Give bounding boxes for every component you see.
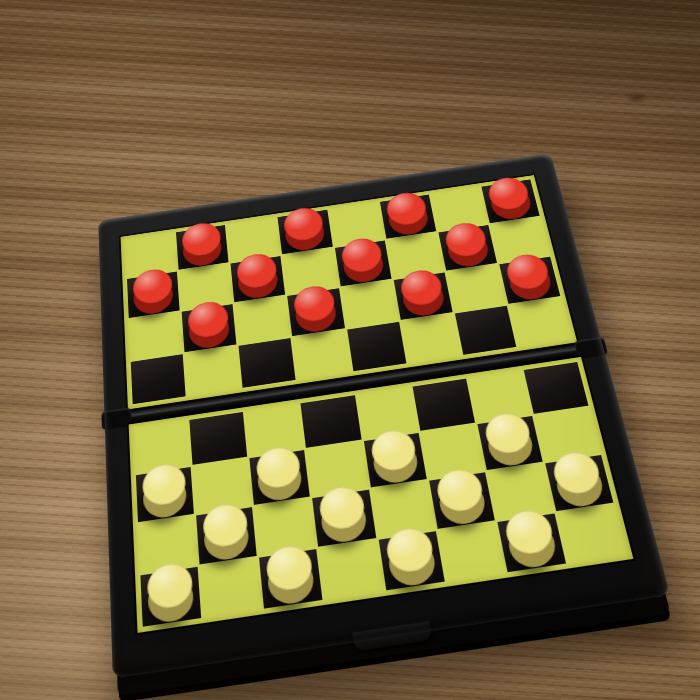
square-h4[interactable] (509, 298, 572, 347)
square-f7[interactable] (429, 472, 495, 529)
square-c6[interactable] (250, 450, 311, 505)
square-g2[interactable] (438, 225, 497, 271)
square-c8[interactable] (259, 549, 323, 609)
square-h1[interactable] (481, 179, 539, 223)
square-b7[interactable] (196, 507, 257, 564)
square-b8[interactable] (200, 558, 262, 618)
square-d5[interactable] (301, 395, 361, 448)
square-g3[interactable] (446, 265, 506, 312)
square-e2[interactable] (334, 241, 391, 287)
square-c3[interactable] (235, 296, 291, 344)
square-d3[interactable] (288, 288, 345, 336)
square-f5[interactable] (412, 379, 475, 431)
square-f8[interactable] (438, 522, 506, 581)
square-g6[interactable] (477, 416, 542, 470)
red-piece-b1[interactable] (181, 220, 222, 257)
square-h7[interactable] (545, 455, 613, 511)
square-e8[interactable] (378, 531, 444, 590)
square-h5[interactable] (524, 362, 589, 414)
red-piece-h1[interactable] (485, 175, 531, 212)
square-c4[interactable] (239, 338, 296, 388)
square-f1[interactable] (380, 195, 436, 239)
hinge-pin-right (574, 337, 608, 360)
square-d4[interactable] (293, 330, 351, 380)
red-piece-d1[interactable] (283, 205, 326, 242)
square-c2[interactable] (231, 256, 286, 302)
square-a8[interactable] (140, 567, 201, 627)
red-piece-f1[interactable] (384, 190, 428, 227)
square-e4[interactable] (347, 322, 406, 371)
square-h3[interactable] (499, 257, 560, 304)
square-a3[interactable] (129, 312, 183, 360)
square-b5[interactable] (189, 412, 247, 465)
square-e3[interactable] (340, 280, 398, 328)
square-f4[interactable] (401, 314, 461, 363)
square-d1[interactable] (278, 210, 333, 254)
board-half-bottom (129, 357, 634, 633)
square-b4[interactable] (185, 346, 241, 396)
square-g4[interactable] (455, 306, 517, 355)
square-g8[interactable] (497, 513, 566, 572)
square-a6[interactable] (136, 467, 194, 522)
square-b1[interactable] (176, 225, 229, 270)
square-d8[interactable] (319, 540, 384, 599)
square-a4[interactable] (131, 354, 186, 404)
square-f3[interactable] (393, 272, 452, 319)
square-h8[interactable] (557, 505, 627, 564)
square-e6[interactable] (363, 433, 426, 487)
hinge-pin-left (101, 407, 131, 430)
photo-scene (0, 0, 700, 700)
square-b3[interactable] (182, 304, 237, 352)
square-a2[interactable] (127, 272, 180, 318)
square-d7[interactable] (313, 490, 376, 547)
